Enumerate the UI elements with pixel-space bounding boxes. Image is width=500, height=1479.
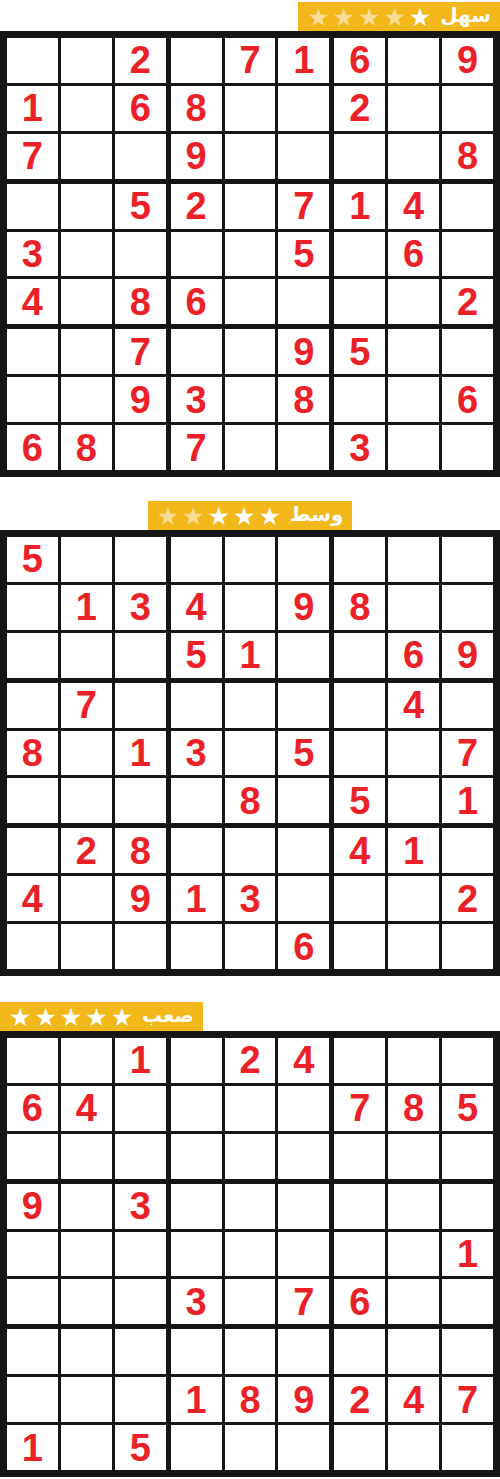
star-filled-icon: ★ bbox=[409, 5, 431, 30]
sudoku-box: 358 bbox=[171, 683, 330, 824]
sudoku-cell-given: 1 bbox=[115, 731, 166, 776]
sudoku-cell-given: 6 bbox=[278, 924, 329, 969]
sudoku-cell-empty[interactable] bbox=[442, 329, 493, 374]
sudoku-cell-empty[interactable] bbox=[61, 1184, 112, 1229]
sudoku-box: 781 bbox=[7, 683, 166, 824]
sudoku-cell-given: 6 bbox=[7, 425, 58, 470]
sudoku-cell-empty[interactable] bbox=[278, 1425, 329, 1470]
sudoku-cell-empty[interactable] bbox=[115, 1086, 166, 1131]
sudoku-cell-given: 7 bbox=[61, 683, 112, 728]
sudoku-cell-empty[interactable] bbox=[278, 1134, 329, 1179]
sudoku-cell-empty[interactable] bbox=[442, 1038, 493, 1083]
sudoku-cell-empty[interactable] bbox=[388, 1134, 439, 1179]
sudoku-box: 37 bbox=[171, 1184, 330, 1325]
sudoku-cell-empty[interactable] bbox=[334, 683, 385, 728]
sudoku-cell-given: 8 bbox=[334, 585, 385, 630]
sudoku-cell-empty[interactable] bbox=[334, 1425, 385, 1470]
difficulty-label-hard: صعب bbox=[142, 1005, 194, 1028]
sudoku-cell-empty[interactable] bbox=[225, 425, 276, 470]
star-unfilled-icon: ★ bbox=[383, 5, 405, 30]
sudoku-cell-given: 9 bbox=[278, 585, 329, 630]
sudoku-box: 247 bbox=[334, 1329, 493, 1470]
sudoku-cell-empty[interactable] bbox=[115, 633, 166, 678]
sudoku-cell-given: 9 bbox=[278, 1377, 329, 1422]
sudoku-cell-empty[interactable] bbox=[334, 1038, 385, 1083]
sudoku-cell-given: 5 bbox=[7, 537, 58, 582]
sudoku-cell-empty[interactable] bbox=[225, 924, 276, 969]
sudoku-cell-given: 2 bbox=[115, 38, 166, 83]
sudoku-box: 412 bbox=[334, 828, 493, 969]
sudoku-cell-empty[interactable] bbox=[225, 683, 276, 728]
sudoku-cell-given: 3 bbox=[7, 232, 58, 277]
sudoku-cell-given: 8 bbox=[388, 1086, 439, 1131]
sudoku-cell-empty[interactable] bbox=[334, 377, 385, 422]
sudoku-cell-empty[interactable] bbox=[115, 683, 166, 728]
sudoku-cell-empty[interactable] bbox=[225, 86, 276, 131]
sudoku-cell-empty[interactable] bbox=[388, 86, 439, 131]
sudoku-cell-given: 2 bbox=[334, 1377, 385, 1422]
sudoku-cell-empty[interactable] bbox=[442, 1134, 493, 1179]
sudoku-cell-empty[interactable] bbox=[225, 1425, 276, 1470]
sudoku-cell-empty[interactable] bbox=[225, 1232, 276, 1277]
sudoku-cell-given: 9 bbox=[442, 38, 493, 83]
sudoku-cell-given: 2 bbox=[334, 86, 385, 131]
sudoku-cell-empty[interactable] bbox=[442, 86, 493, 131]
sudoku-cell-empty[interactable] bbox=[61, 537, 112, 582]
sudoku-cell-given: 6 bbox=[334, 38, 385, 83]
sudoku-cell-given: 2 bbox=[171, 184, 222, 229]
sudoku-box: 5348 bbox=[7, 184, 166, 325]
sudoku-cell-empty[interactable] bbox=[171, 1086, 222, 1131]
star-filled-icon: ★ bbox=[208, 504, 230, 529]
sudoku-cell-empty[interactable] bbox=[388, 731, 439, 776]
sudoku-box: 2756 bbox=[171, 184, 330, 325]
sudoku-box: 9387 bbox=[171, 329, 330, 470]
difficulty-banner-easy: ★★★★★ سهل bbox=[298, 2, 500, 31]
sudoku-cell-empty[interactable] bbox=[61, 38, 112, 83]
sudoku-cell-empty[interactable] bbox=[61, 279, 112, 324]
sudoku-cell-empty[interactable] bbox=[225, 1329, 276, 1374]
sudoku-cell-given: 2 bbox=[442, 876, 493, 921]
sudoku-cell-given: 5 bbox=[442, 1086, 493, 1131]
sudoku-cell-empty[interactable] bbox=[171, 683, 222, 728]
sudoku-cell-given: 7 bbox=[442, 731, 493, 776]
star-filled-icon: ★ bbox=[85, 1005, 107, 1030]
sudoku-cell-empty[interactable] bbox=[7, 585, 58, 630]
sudoku-cell-empty[interactable] bbox=[225, 1279, 276, 1324]
sudoku-cell-given: 2 bbox=[442, 279, 493, 324]
star-unfilled-icon: ★ bbox=[182, 504, 204, 529]
sudoku-cell-empty[interactable] bbox=[278, 86, 329, 131]
sudoku-cell-empty[interactable] bbox=[7, 924, 58, 969]
sudoku-cell-empty[interactable] bbox=[7, 778, 58, 823]
sudoku-cell-empty[interactable] bbox=[442, 1329, 493, 1374]
sudoku-cell-empty[interactable] bbox=[278, 683, 329, 728]
sudoku-cell-empty[interactable] bbox=[61, 1038, 112, 1083]
sudoku-cell-given: 3 bbox=[334, 425, 385, 470]
sudoku-cell-empty[interactable] bbox=[61, 633, 112, 678]
sudoku-cell-given: 6 bbox=[442, 377, 493, 422]
sudoku-cell-empty[interactable] bbox=[442, 828, 493, 873]
sudoku-cell-given: 1 bbox=[442, 778, 493, 823]
sudoku-cell-given: 1 bbox=[278, 38, 329, 83]
sudoku-cell-empty[interactable] bbox=[225, 279, 276, 324]
sudoku-cell-given: 3 bbox=[171, 1279, 222, 1324]
sudoku-cell-given: 4 bbox=[61, 1086, 112, 1131]
sudoku-cell-given: 6 bbox=[388, 633, 439, 678]
sudoku-cell-empty[interactable] bbox=[388, 1425, 439, 1470]
sudoku-cell-empty[interactable] bbox=[7, 633, 58, 678]
sudoku-cell-given: 4 bbox=[171, 585, 222, 630]
sudoku-box: 7189 bbox=[171, 38, 330, 179]
sudoku-cell-empty[interactable] bbox=[7, 38, 58, 83]
sudoku-cell-given: 6 bbox=[7, 1086, 58, 1131]
star-filled-icon: ★ bbox=[60, 1005, 82, 1030]
sudoku-cell-empty[interactable] bbox=[61, 1279, 112, 1324]
sudoku-cell-empty[interactable] bbox=[7, 1279, 58, 1324]
sudoku-cell-empty[interactable] bbox=[278, 279, 329, 324]
sudoku-grid-medium: 513495186978135847512849136412 bbox=[0, 530, 500, 976]
sudoku-cell-empty[interactable] bbox=[442, 1279, 493, 1324]
sudoku-box: 4751 bbox=[334, 683, 493, 824]
sudoku-cell-given: 1 bbox=[61, 585, 112, 630]
sudoku-cell-given: 3 bbox=[115, 585, 166, 630]
star-unfilled-icon: ★ bbox=[358, 5, 380, 30]
difficulty-label-medium: وسط bbox=[290, 504, 344, 527]
sudoku-cell-empty[interactable] bbox=[334, 1232, 385, 1277]
sudoku-cell-given: 2 bbox=[225, 1038, 276, 1083]
sudoku-cell-given: 8 bbox=[115, 279, 166, 324]
sudoku-cell-empty[interactable] bbox=[388, 38, 439, 83]
sudoku-cell-given: 5 bbox=[334, 778, 385, 823]
sudoku-cell-empty[interactable] bbox=[7, 1134, 58, 1179]
sudoku-cell-given: 1 bbox=[115, 1038, 166, 1083]
star-filled-icon: ★ bbox=[258, 504, 280, 529]
sudoku-cell-empty[interactable] bbox=[442, 683, 493, 728]
sudoku-cell-empty[interactable] bbox=[61, 86, 112, 131]
sudoku-cell-empty[interactable] bbox=[171, 778, 222, 823]
sudoku-cell-given: 7 bbox=[442, 1377, 493, 1422]
sudoku-box: 869 bbox=[334, 537, 493, 678]
sudoku-cell-empty[interactable] bbox=[61, 876, 112, 921]
sudoku-cell-empty[interactable] bbox=[61, 1232, 112, 1277]
difficulty-banner-hard: ★★★★★ صعب bbox=[0, 1002, 203, 1031]
sudoku-cell-given: 1 bbox=[442, 1232, 493, 1277]
sudoku-cell-empty[interactable] bbox=[388, 1329, 439, 1374]
sudoku-cell-given: 5 bbox=[115, 1425, 166, 1470]
sudoku-cell-empty[interactable] bbox=[61, 329, 112, 374]
sudoku-cell-empty[interactable] bbox=[442, 1425, 493, 1470]
sudoku-cell-empty[interactable] bbox=[278, 876, 329, 921]
sudoku-cell-empty[interactable] bbox=[334, 731, 385, 776]
sudoku-cell-empty[interactable] bbox=[171, 1184, 222, 1229]
sudoku-cell-empty[interactable] bbox=[115, 924, 166, 969]
difficulty-banner-row-medium: ★★★★★ وسط bbox=[0, 501, 500, 530]
sudoku-box: 6928 bbox=[334, 38, 493, 179]
sudoku-cell-given: 9 bbox=[442, 633, 493, 678]
sudoku-cell-empty[interactable] bbox=[278, 1232, 329, 1277]
sudoku-cell-given: 7 bbox=[225, 38, 276, 83]
sudoku-cell-given: 4 bbox=[388, 184, 439, 229]
sudoku-cell-empty[interactable] bbox=[334, 1329, 385, 1374]
sudoku-cell-empty[interactable] bbox=[7, 828, 58, 873]
sudoku-cell-given: 6 bbox=[388, 232, 439, 277]
sudoku-cell-empty[interactable] bbox=[171, 924, 222, 969]
sudoku-cell-given: 5 bbox=[171, 633, 222, 678]
difficulty-stars-hard: ★★★★★ bbox=[9, 1004, 133, 1030]
difficulty-banner-row-easy: ★★★★★ سهل bbox=[0, 2, 500, 31]
sudoku-cell-given: 1 bbox=[7, 86, 58, 131]
sudoku-cell-empty[interactable] bbox=[225, 1086, 276, 1131]
sudoku-cell-given: 8 bbox=[225, 778, 276, 823]
sudoku-cell-empty[interactable] bbox=[171, 537, 222, 582]
sudoku-cell-given: 8 bbox=[115, 828, 166, 873]
sudoku-cell-given: 1 bbox=[334, 184, 385, 229]
sudoku-box: 563 bbox=[334, 329, 493, 470]
sudoku-cell-empty[interactable] bbox=[388, 778, 439, 823]
sudoku-cell-given: 7 bbox=[278, 1279, 329, 1324]
sudoku-cell-given: 2 bbox=[61, 828, 112, 873]
sudoku-cell-empty[interactable] bbox=[334, 537, 385, 582]
sudoku-cell-empty[interactable] bbox=[334, 633, 385, 678]
sudoku-cell-empty[interactable] bbox=[171, 1232, 222, 1277]
sudoku-cell-given: 3 bbox=[225, 876, 276, 921]
sudoku-cell-empty[interactable] bbox=[388, 329, 439, 374]
sudoku-cell-given: 8 bbox=[225, 1377, 276, 1422]
sudoku-cell-empty[interactable] bbox=[171, 1038, 222, 1083]
sudoku-cell-empty[interactable] bbox=[225, 537, 276, 582]
sudoku-cell-empty[interactable] bbox=[278, 828, 329, 873]
sudoku-box: 93 bbox=[7, 1184, 166, 1325]
sudoku-cell-empty[interactable] bbox=[225, 1184, 276, 1229]
sudoku-cell-given: 4 bbox=[388, 683, 439, 728]
sudoku-cell-empty[interactable] bbox=[115, 778, 166, 823]
star-unfilled-icon: ★ bbox=[333, 5, 355, 30]
sudoku-cell-empty[interactable] bbox=[334, 1184, 385, 1229]
sudoku-cell-given: 8 bbox=[7, 731, 58, 776]
sudoku-cell-empty[interactable] bbox=[7, 377, 58, 422]
sudoku-box: 7968 bbox=[7, 329, 166, 470]
sudoku-cell-given: 5 bbox=[334, 329, 385, 374]
sudoku-cell-empty[interactable] bbox=[61, 232, 112, 277]
sudoku-cell-empty[interactable] bbox=[225, 585, 276, 630]
sudoku-cell-empty[interactable] bbox=[278, 633, 329, 678]
sudoku-box: 24 bbox=[171, 1038, 330, 1179]
star-filled-icon: ★ bbox=[34, 1005, 56, 1030]
sudoku-cell-empty[interactable] bbox=[225, 134, 276, 179]
sudoku-cell-empty[interactable] bbox=[115, 537, 166, 582]
sudoku-cell-given: 9 bbox=[115, 377, 166, 422]
sudoku-cell-given: 1 bbox=[225, 633, 276, 678]
sudoku-cell-empty[interactable] bbox=[225, 377, 276, 422]
sudoku-cell-empty[interactable] bbox=[388, 1038, 439, 1083]
sudoku-cell-empty[interactable] bbox=[171, 329, 222, 374]
sudoku-cell-given: 9 bbox=[171, 134, 222, 179]
sudoku-cell-given: 9 bbox=[7, 1184, 58, 1229]
sudoku-cell-given: 7 bbox=[7, 134, 58, 179]
sudoku-cell-empty[interactable] bbox=[115, 232, 166, 277]
sudoku-cell-empty[interactable] bbox=[115, 1377, 166, 1422]
sudoku-cell-empty[interactable] bbox=[442, 232, 493, 277]
sudoku-box: 189 bbox=[171, 1329, 330, 1470]
sudoku-cell-empty[interactable] bbox=[334, 1134, 385, 1179]
sudoku-cell-empty[interactable] bbox=[115, 425, 166, 470]
sudoku-cell-empty[interactable] bbox=[7, 1232, 58, 1277]
sudoku-cell-empty[interactable] bbox=[7, 329, 58, 374]
sudoku-cell-empty[interactable] bbox=[171, 828, 222, 873]
star-filled-icon: ★ bbox=[233, 504, 255, 529]
sudoku-cell-empty[interactable] bbox=[225, 184, 276, 229]
sudoku-cell-given: 5 bbox=[115, 184, 166, 229]
sudoku-cell-empty[interactable] bbox=[115, 1232, 166, 1277]
sudoku-cell-empty[interactable] bbox=[388, 585, 439, 630]
sudoku-cell-empty[interactable] bbox=[225, 828, 276, 873]
sudoku-cell-given: 8 bbox=[171, 86, 222, 131]
sudoku-grid-easy: 21677189692853482756146279689387563 bbox=[0, 31, 500, 477]
sudoku-cell-empty[interactable] bbox=[7, 1377, 58, 1422]
sudoku-cell-empty[interactable] bbox=[225, 1134, 276, 1179]
sudoku-cell-empty[interactable] bbox=[278, 1329, 329, 1374]
difficulty-label-easy: سهل bbox=[440, 5, 491, 28]
sudoku-cell-empty[interactable] bbox=[225, 329, 276, 374]
sudoku-box: 1462 bbox=[334, 184, 493, 325]
sudoku-cell-empty[interactable] bbox=[388, 537, 439, 582]
sudoku-cell-empty[interactable] bbox=[442, 1184, 493, 1229]
sudoku-cell-empty[interactable] bbox=[7, 1329, 58, 1374]
sudoku-cell-empty[interactable] bbox=[334, 876, 385, 921]
sudoku-cell-empty[interactable] bbox=[388, 425, 439, 470]
sudoku-cell-empty[interactable] bbox=[388, 279, 439, 324]
sudoku-box: 16 bbox=[334, 1184, 493, 1325]
sudoku-cell-given: 6 bbox=[115, 86, 166, 131]
sudoku-cell-given: 3 bbox=[171, 377, 222, 422]
sudoku-cell-empty[interactable] bbox=[278, 134, 329, 179]
sudoku-cell-empty[interactable] bbox=[61, 1134, 112, 1179]
star-unfilled-icon: ★ bbox=[307, 5, 329, 30]
sudoku-cell-empty[interactable] bbox=[388, 1279, 439, 1324]
sudoku-cell-empty[interactable] bbox=[115, 134, 166, 179]
sudoku-cell-given: 5 bbox=[278, 731, 329, 776]
sudoku-box: 164 bbox=[7, 1038, 166, 1179]
sudoku-cell-empty[interactable] bbox=[7, 184, 58, 229]
sudoku-cell-given: 4 bbox=[7, 279, 58, 324]
sudoku-cell-empty[interactable] bbox=[278, 778, 329, 823]
sudoku-cell-empty[interactable] bbox=[61, 778, 112, 823]
sudoku-cell-empty[interactable] bbox=[171, 1425, 222, 1470]
sudoku-cell-given: 7 bbox=[278, 184, 329, 229]
sudoku-cell-given: 1 bbox=[171, 876, 222, 921]
sudoku-cell-empty[interactable] bbox=[61, 184, 112, 229]
star-filled-icon: ★ bbox=[9, 1005, 31, 1030]
sudoku-cell-empty[interactable] bbox=[388, 924, 439, 969]
sudoku-cell-given: 6 bbox=[171, 279, 222, 324]
sudoku-cell-empty[interactable] bbox=[225, 232, 276, 277]
sudoku-box: 2849 bbox=[7, 828, 166, 969]
sudoku-cell-empty[interactable] bbox=[171, 1134, 222, 1179]
difficulty-banner-medium: ★★★★★ وسط bbox=[148, 501, 353, 530]
sudoku-cell-empty[interactable] bbox=[442, 184, 493, 229]
sudoku-cell-empty[interactable] bbox=[61, 377, 112, 422]
sudoku-cell-empty[interactable] bbox=[442, 924, 493, 969]
sudoku-box: 136 bbox=[171, 828, 330, 969]
sudoku-cell-empty[interactable] bbox=[61, 1425, 112, 1470]
sudoku-cell-given: 9 bbox=[115, 876, 166, 921]
sudoku-cell-given: 8 bbox=[61, 425, 112, 470]
sudoku-box: 15 bbox=[7, 1329, 166, 1470]
sudoku-cell-given: 7 bbox=[171, 425, 222, 470]
sudoku-cell-empty[interactable] bbox=[278, 425, 329, 470]
sudoku-cell-empty[interactable] bbox=[7, 1038, 58, 1083]
star-filled-icon: ★ bbox=[111, 1005, 133, 1030]
sudoku-cell-empty[interactable] bbox=[115, 1329, 166, 1374]
sudoku-cell-empty[interactable] bbox=[61, 1377, 112, 1422]
sudoku-cell-empty[interactable] bbox=[7, 683, 58, 728]
difficulty-stars-medium: ★★★★★ bbox=[157, 503, 281, 529]
sudoku-cell-empty[interactable] bbox=[278, 537, 329, 582]
sudoku-box: 785 bbox=[334, 1038, 493, 1179]
sudoku-cell-empty[interactable] bbox=[388, 876, 439, 921]
sudoku-cell-empty[interactable] bbox=[442, 537, 493, 582]
sudoku-cell-empty[interactable] bbox=[225, 731, 276, 776]
sudoku-cell-empty[interactable] bbox=[388, 1232, 439, 1277]
difficulty-banner-row-hard: ★★★★★ صعب bbox=[0, 1002, 500, 1031]
sudoku-cell-given: 1 bbox=[7, 1425, 58, 1470]
sudoku-cell-empty[interactable] bbox=[115, 1134, 166, 1179]
sudoku-cell-given: 4 bbox=[388, 1377, 439, 1422]
sudoku-cell-given: 4 bbox=[334, 828, 385, 873]
sudoku-cell-given: 3 bbox=[171, 731, 222, 776]
sudoku-cell-empty[interactable] bbox=[334, 134, 385, 179]
sudoku-cell-empty[interactable] bbox=[334, 279, 385, 324]
sudoku-cell-empty[interactable] bbox=[61, 924, 112, 969]
sudoku-cell-given: 3 bbox=[115, 1184, 166, 1229]
sudoku-cell-empty[interactable] bbox=[388, 1184, 439, 1229]
difficulty-stars-easy: ★★★★★ bbox=[307, 4, 431, 30]
sudoku-cell-empty[interactable] bbox=[171, 232, 222, 277]
sudoku-grid-hard: 1642478593371615189247 bbox=[0, 1031, 500, 1477]
sudoku-cell-empty[interactable] bbox=[388, 134, 439, 179]
sudoku-cell-given: 8 bbox=[278, 377, 329, 422]
sudoku-cell-given: 8 bbox=[442, 134, 493, 179]
sudoku-cell-given: 5 bbox=[278, 232, 329, 277]
sudoku-cell-empty[interactable] bbox=[171, 1329, 222, 1374]
sudoku-cell-given: 4 bbox=[7, 876, 58, 921]
sudoku-cell-empty[interactable] bbox=[278, 1086, 329, 1131]
star-unfilled-icon: ★ bbox=[157, 504, 179, 529]
sudoku-cell-empty[interactable] bbox=[61, 134, 112, 179]
sudoku-box: 2167 bbox=[7, 38, 166, 179]
sudoku-cell-given: 1 bbox=[388, 828, 439, 873]
sudoku-cell-empty[interactable] bbox=[115, 1279, 166, 1324]
sudoku-cell-empty[interactable] bbox=[442, 425, 493, 470]
sudoku-cell-empty[interactable] bbox=[442, 585, 493, 630]
sudoku-cell-empty[interactable] bbox=[61, 731, 112, 776]
sudoku-cell-empty[interactable] bbox=[61, 1329, 112, 1374]
sudoku-box: 4951 bbox=[171, 537, 330, 678]
sudoku-cell-empty[interactable] bbox=[388, 377, 439, 422]
sudoku-cell-given: 7 bbox=[334, 1086, 385, 1131]
sudoku-box: 513 bbox=[7, 537, 166, 678]
sudoku-cell-empty[interactable] bbox=[334, 232, 385, 277]
sudoku-cell-given: 1 bbox=[171, 1377, 222, 1422]
sudoku-cell-empty[interactable] bbox=[171, 38, 222, 83]
sudoku-cell-given: 4 bbox=[278, 1038, 329, 1083]
sudoku-cell-given: 6 bbox=[334, 1279, 385, 1324]
sudoku-cell-empty[interactable] bbox=[334, 924, 385, 969]
sudoku-cell-empty[interactable] bbox=[278, 1184, 329, 1229]
sudoku-cell-given: 7 bbox=[115, 329, 166, 374]
sudoku-cell-given: 9 bbox=[278, 329, 329, 374]
